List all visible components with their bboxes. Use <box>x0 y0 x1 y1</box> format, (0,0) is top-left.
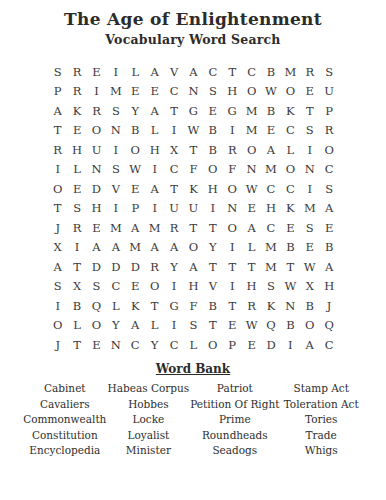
grid-cell: S <box>184 316 203 336</box>
word-bank-word: Prime <box>219 412 251 428</box>
grid-cell: T <box>223 296 242 316</box>
grid-cell: T <box>203 218 222 238</box>
grid-cell: W <box>300 257 319 277</box>
grid-cell: I <box>48 160 67 180</box>
grid-cell: O <box>203 160 222 180</box>
grid-cell: X <box>67 277 86 297</box>
word-bank-word: Cabinet <box>44 381 86 397</box>
worksheet-page: The Age of Enlightenment Vocabulary Word… <box>0 0 386 500</box>
grid-cell: T <box>48 199 67 219</box>
grid-cell: B <box>300 296 319 316</box>
grid-cell: T <box>300 101 319 121</box>
grid-cell: C <box>164 160 183 180</box>
grid-cell: T <box>67 257 86 277</box>
grid-cell: A <box>126 218 145 238</box>
word-bank-word: Commonwealth <box>23 412 106 428</box>
grid-cell: D <box>261 335 280 355</box>
word-bank-word: Encyclopedia <box>29 443 100 459</box>
grid-cell: U <box>319 82 338 102</box>
grid-cell: L <box>145 316 164 336</box>
grid-cell: I <box>164 316 183 336</box>
grid-cell: B <box>281 238 300 258</box>
grid-cell: T <box>48 121 67 141</box>
grid-cell: E <box>300 238 319 258</box>
grid-cell: C <box>261 218 280 238</box>
grid-cell: S <box>203 82 222 102</box>
grid-cell: C <box>242 62 261 82</box>
grid-cell: Y <box>203 238 222 258</box>
grid-cell: G <box>223 101 242 121</box>
grid-cell: E <box>67 179 86 199</box>
grid-cell: O <box>223 179 242 199</box>
grid-cell: S <box>261 277 280 297</box>
grid-cell: R <box>145 257 164 277</box>
grid-cell: E <box>261 121 280 141</box>
grid-cell: T <box>242 257 261 277</box>
grid-cell: O <box>145 277 164 297</box>
grid-cell: X <box>300 277 319 297</box>
grid-cell: T <box>145 296 164 316</box>
grid-cell: A <box>319 257 338 277</box>
grid-cell: C <box>281 179 300 199</box>
word-bank-word: Whigs <box>305 443 338 459</box>
grid-cell: F <box>184 296 203 316</box>
grid-cell: L <box>67 160 86 180</box>
grid-cell: A <box>145 101 164 121</box>
grid-cell: N <box>223 199 242 219</box>
grid-cell: V <box>203 277 222 297</box>
grid-cell: H <box>242 277 261 297</box>
grid-cell: B <box>203 296 222 316</box>
grid-cell: E <box>300 82 319 102</box>
grid-cell: P <box>126 199 145 219</box>
grid-cell: T <box>164 179 183 199</box>
grid-cell: O <box>281 82 300 102</box>
grid-cell: T <box>164 101 183 121</box>
grid-cell: A <box>319 199 338 219</box>
grid-cell: B <box>203 140 222 160</box>
grid-cell: C <box>164 335 183 355</box>
grid-cell: S <box>106 101 125 121</box>
grid-cell: N <box>106 121 125 141</box>
grid-cell: H <box>145 140 164 160</box>
grid-cell: A <box>261 140 280 160</box>
grid-cell: B <box>281 316 300 336</box>
grid-cell: E <box>87 218 106 238</box>
grid-cell: K <box>126 296 145 316</box>
grid-cell: R <box>319 121 338 141</box>
grid-cell: R <box>87 101 106 121</box>
grid-cell: R <box>242 296 261 316</box>
grid-cell: A <box>48 101 67 121</box>
grid-cell: A <box>126 316 145 336</box>
grid-cell: I <box>164 277 183 297</box>
grid-cell: C <box>281 121 300 141</box>
grid-cell: H <box>223 82 242 102</box>
grid-cell: E <box>145 82 164 102</box>
grid-cell: D <box>126 257 145 277</box>
word-bank-word: Minister <box>126 443 171 459</box>
word-bank-word: Loyalist <box>127 428 169 444</box>
grid-cell: T <box>203 316 222 336</box>
grid-cell: E <box>126 179 145 199</box>
grid-cell: L <box>145 121 164 141</box>
word-bank-title: Word Bank <box>156 362 230 376</box>
grid-cell: A <box>145 179 164 199</box>
grid-cell: W <box>242 316 261 336</box>
grid-cell: S <box>106 160 125 180</box>
grid-cell: O <box>319 140 338 160</box>
grid-cell: T <box>281 257 300 277</box>
grid-cell: C <box>203 62 222 82</box>
grid-cell: M <box>126 238 145 258</box>
grid-cell: B <box>261 62 280 82</box>
grid-cell: E <box>242 335 261 355</box>
grid-cell: L <box>281 140 300 160</box>
grid-cell: S <box>48 62 67 82</box>
grid-cell: J <box>48 335 67 355</box>
grid-cell: E <box>223 316 242 336</box>
grid-cell: I <box>106 62 125 82</box>
grid-cell: D <box>87 257 106 277</box>
grid-cell: U <box>87 140 106 160</box>
grid-cell: R <box>223 140 242 160</box>
word-bank-word: Constitution <box>32 428 98 444</box>
grid-cell: W <box>184 121 203 141</box>
grid-cell: E <box>126 277 145 297</box>
grid-cell: L <box>184 335 203 355</box>
grid-cell: H <box>261 199 280 219</box>
word-bank-header: Word Bank <box>0 362 386 376</box>
grid-cell: M <box>281 62 300 82</box>
grid-cell: A <box>145 238 164 258</box>
grid-cell: C <box>319 335 338 355</box>
word-bank-word: Trade <box>306 428 337 444</box>
grid-cell: I <box>145 199 164 219</box>
grid-cell: G <box>164 296 183 316</box>
grid-cell: N <box>281 296 300 316</box>
grid-cell: S <box>319 179 338 199</box>
grid-cell: C <box>164 82 183 102</box>
grid-cell: A <box>242 218 261 238</box>
grid-cell: M <box>145 218 164 238</box>
grid-cell: R <box>67 82 86 102</box>
word-search-grid: SREILAVACTCBMRSPRIMEECNSHOWOEUAKRSYATGEG… <box>48 62 339 355</box>
grid-cell: T <box>223 62 242 82</box>
grid-cell: C <box>106 277 125 297</box>
grid-cell: R <box>48 140 67 160</box>
grid-cell: S <box>319 62 338 82</box>
grid-cell: I <box>106 140 125 160</box>
grid-cell: I <box>87 82 106 102</box>
word-bank-word: Seadogs <box>212 443 257 459</box>
grid-cell: D <box>106 257 125 277</box>
grid-cell: H <box>184 277 203 297</box>
grid-cell: Y <box>126 101 145 121</box>
grid-cell: E <box>87 62 106 82</box>
grid-cell: J <box>319 296 338 316</box>
word-bank-column: CabinetCavaliersCommonwealthConstitution… <box>23 381 107 459</box>
grid-cell: I <box>300 140 319 160</box>
grid-cell: I <box>164 121 183 141</box>
grid-cell: E <box>87 335 106 355</box>
grid-cell: P <box>223 335 242 355</box>
grid-cell: E <box>126 82 145 102</box>
grid-cell: N <box>184 82 203 102</box>
word-bank-word: Cavaliers <box>40 397 90 413</box>
grid-cell: B <box>67 296 86 316</box>
grid-cell: A <box>48 257 67 277</box>
word-bank-column: Habeas CorpusHobbesLockeLoyalistMinister <box>107 381 191 459</box>
grid-cell: K <box>281 101 300 121</box>
grid-cell: I <box>281 335 300 355</box>
grid-cell: N <box>87 160 106 180</box>
grid-cell: O <box>223 218 242 238</box>
grid-cell: O <box>242 140 261 160</box>
grid-cell: M <box>261 238 280 258</box>
grid-cell: S <box>67 199 86 219</box>
grid-cell: A <box>300 335 319 355</box>
word-bank-column: Stamp ActToleration ActToriesTradeWhigs <box>279 381 363 459</box>
grid-cell: I <box>223 121 242 141</box>
grid-cell: Y <box>106 316 125 336</box>
grid-cell: V <box>106 179 125 199</box>
grid-cell: W <box>281 277 300 297</box>
grid-cell: L <box>67 316 86 336</box>
grid-cell: Q <box>87 296 106 316</box>
grid-cell: K <box>67 101 86 121</box>
grid-cell: I <box>203 199 222 219</box>
grid-cell: J <box>48 218 67 238</box>
grid-cell: D <box>87 179 106 199</box>
grid-cell: O <box>242 82 261 102</box>
grid-cell: M <box>261 257 280 277</box>
word-bank-word: Locke <box>133 412 165 428</box>
grid-cell: T <box>184 218 203 238</box>
grid-cell: A <box>106 238 125 258</box>
grid-cell: C <box>261 179 280 199</box>
grid-cell: G <box>184 101 203 121</box>
grid-cell: E <box>242 199 261 219</box>
grid-cell: M <box>242 121 261 141</box>
grid-cell: T <box>223 257 242 277</box>
grid-cell: X <box>48 238 67 258</box>
word-bank: CabinetCavaliersCommonwealthConstitution… <box>23 381 363 459</box>
grid-cell: Y <box>164 257 183 277</box>
grid-cell: O <box>87 316 106 336</box>
grid-cell: Q <box>261 316 280 336</box>
grid-cell: I <box>48 296 67 316</box>
grid-cell: K <box>261 296 280 316</box>
grid-cell: W <box>261 82 280 102</box>
grid-cell: I <box>223 238 242 258</box>
grid-cell: N <box>300 160 319 180</box>
grid-cell: L <box>242 238 261 258</box>
grid-cell: A <box>184 257 203 277</box>
grid-cell: I <box>223 277 242 297</box>
word-bank-word: Habeas Corpus <box>108 381 190 397</box>
page-subtitle: Vocabulary Word Search <box>0 32 386 47</box>
word-bank-word: Hobbes <box>128 397 169 413</box>
grid-cell: R <box>300 62 319 82</box>
grid-cell: N <box>242 160 261 180</box>
grid-cell: K <box>184 179 203 199</box>
grid-cell: M <box>106 82 125 102</box>
grid-cell: W <box>126 160 145 180</box>
grid-cell: O <box>126 140 145 160</box>
word-bank-word: Tories <box>305 412 338 428</box>
grid-cell: I <box>300 179 319 199</box>
grid-cell: A <box>164 238 183 258</box>
word-bank-column: PatriotPetition Of RightPrimeRoundheadsS… <box>190 381 279 459</box>
grid-cell: E <box>319 218 338 238</box>
grid-cell: H <box>319 277 338 297</box>
grid-cell: C <box>126 335 145 355</box>
grid-cell: B <box>319 238 338 258</box>
grid-cell: N <box>106 335 125 355</box>
grid-cell: S <box>48 277 67 297</box>
grid-cell: I <box>67 238 86 258</box>
grid-cell: L <box>126 62 145 82</box>
grid-cell: M <box>261 160 280 180</box>
word-bank-word: Toleration Act <box>284 397 359 413</box>
word-bank-word: Patriot <box>217 381 253 397</box>
grid-cell: B <box>126 121 145 141</box>
grid-cell: I <box>145 160 164 180</box>
grid-cell: T <box>67 335 86 355</box>
grid-cell: O <box>300 316 319 336</box>
grid-cell: A <box>184 62 203 82</box>
grid-cell: O <box>184 238 203 258</box>
grid-cell: F <box>223 160 242 180</box>
grid-cell: T <box>184 140 203 160</box>
grid-cell: O <box>48 316 67 336</box>
grid-cell: S <box>87 277 106 297</box>
grid-cell: U <box>184 199 203 219</box>
grid-cell: O <box>87 121 106 141</box>
grid-cell: E <box>281 218 300 238</box>
grid-cell: I <box>106 199 125 219</box>
grid-cell: M <box>106 218 125 238</box>
grid-cell: P <box>319 101 338 121</box>
grid-cell: O <box>281 160 300 180</box>
grid-cell: P <box>48 82 67 102</box>
grid-cell: O <box>203 335 222 355</box>
grid-cell: H <box>203 179 222 199</box>
grid-cell: E <box>203 101 222 121</box>
word-bank-word: Stamp Act <box>294 381 349 397</box>
grid-cell: A <box>87 238 106 258</box>
grid-cell: Y <box>145 335 164 355</box>
grid-cell: A <box>145 62 164 82</box>
grid-cell: M <box>300 199 319 219</box>
grid-cell: B <box>261 101 280 121</box>
grid-cell: V <box>164 62 183 82</box>
grid-cell: R <box>164 218 183 238</box>
grid-cell: R <box>67 218 86 238</box>
grid-cell: B <box>203 121 222 141</box>
grid-cell: S <box>300 121 319 141</box>
grid-cell: F <box>184 160 203 180</box>
grid-cell: X <box>164 140 183 160</box>
grid-cell: U <box>164 199 183 219</box>
grid-cell: S <box>300 218 319 238</box>
grid-cell: E <box>67 121 86 141</box>
grid-cell: W <box>242 179 261 199</box>
grid-cell: H <box>87 199 106 219</box>
grid-cell: L <box>106 296 125 316</box>
grid-cell: T <box>203 257 222 277</box>
grid-cell: K <box>281 199 300 219</box>
grid-cell: O <box>48 179 67 199</box>
grid-cell: H <box>67 140 86 160</box>
word-bank-word: Petition Of Right <box>190 397 279 413</box>
grid-cell: R <box>67 62 86 82</box>
grid-cell: Q <box>319 316 338 336</box>
grid-cell: M <box>242 101 261 121</box>
word-bank-word: Roundheads <box>202 428 268 444</box>
grid-cell: C <box>319 160 338 180</box>
page-title: The Age of Enlightenment <box>0 0 386 29</box>
